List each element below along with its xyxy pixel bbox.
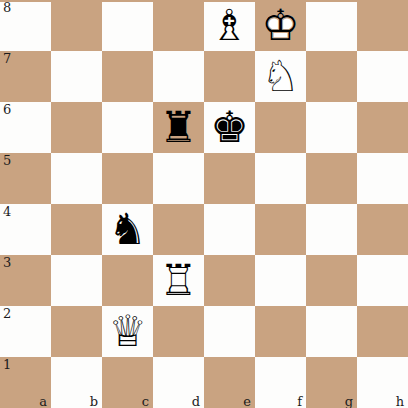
square-a7[interactable]: 7 [0, 51, 51, 102]
square-c2[interactable]: ♛♕ [102, 306, 153, 357]
square-e1[interactable]: e [204, 357, 255, 408]
white-king-outline-glyph: ♔ [255, 0, 306, 51]
file-label-a: a [39, 394, 47, 408]
chess-board: 8♝♗♚♔7♞♘6♜♚54♞3♜♖2♛♕1abcdefgh [0, 0, 408, 408]
square-b8[interactable] [51, 0, 102, 51]
piece-white-knight[interactable]: ♞♘ [255, 51, 306, 102]
square-e8[interactable]: ♝♗ [204, 0, 255, 51]
piece-white-bishop[interactable]: ♝♗ [204, 0, 255, 51]
square-e3[interactable] [204, 255, 255, 306]
square-e7[interactable] [204, 51, 255, 102]
square-a8[interactable]: 8 [0, 0, 51, 51]
square-c3[interactable] [102, 255, 153, 306]
black-king-glyph: ♚ [204, 102, 255, 153]
square-h5[interactable] [357, 153, 408, 204]
square-c7[interactable] [102, 51, 153, 102]
piece-black-knight[interactable]: ♞ [102, 204, 153, 255]
rank-label-1: 1 [3, 357, 11, 372]
square-b6[interactable] [51, 102, 102, 153]
square-b7[interactable] [51, 51, 102, 102]
square-f3[interactable] [255, 255, 306, 306]
file-label-d: d [192, 394, 200, 408]
piece-black-king[interactable]: ♚ [204, 102, 255, 153]
square-g3[interactable] [306, 255, 357, 306]
square-g2[interactable] [306, 306, 357, 357]
square-h4[interactable] [357, 204, 408, 255]
square-g8[interactable] [306, 0, 357, 51]
square-b1[interactable]: b [51, 357, 102, 408]
square-a1[interactable]: 1a [0, 357, 51, 408]
square-d3[interactable]: ♜♖ [153, 255, 204, 306]
square-d4[interactable] [153, 204, 204, 255]
square-g1[interactable]: g [306, 357, 357, 408]
white-queen-outline-glyph: ♕ [102, 306, 153, 357]
square-d8[interactable] [153, 0, 204, 51]
file-label-e: e [243, 394, 251, 408]
black-knight-glyph: ♞ [102, 204, 153, 255]
square-b5[interactable] [51, 153, 102, 204]
square-b2[interactable] [51, 306, 102, 357]
square-g7[interactable] [306, 51, 357, 102]
square-a5[interactable]: 5 [0, 153, 51, 204]
square-a6[interactable]: 6 [0, 102, 51, 153]
square-d2[interactable] [153, 306, 204, 357]
rank-label-6: 6 [3, 102, 11, 117]
square-a4[interactable]: 4 [0, 204, 51, 255]
square-a3[interactable]: 3 [0, 255, 51, 306]
rank-label-8: 8 [3, 0, 11, 15]
square-h1[interactable]: h [357, 357, 408, 408]
piece-white-rook[interactable]: ♜♖ [153, 255, 204, 306]
file-label-b: b [90, 394, 98, 408]
square-h7[interactable] [357, 51, 408, 102]
square-f6[interactable] [255, 102, 306, 153]
square-h6[interactable] [357, 102, 408, 153]
square-d6[interactable]: ♜ [153, 102, 204, 153]
square-e2[interactable] [204, 306, 255, 357]
square-e4[interactable] [204, 204, 255, 255]
square-e5[interactable] [204, 153, 255, 204]
black-rook-glyph: ♜ [153, 102, 204, 153]
square-d1[interactable]: d [153, 357, 204, 408]
square-h8[interactable] [357, 0, 408, 51]
white-knight-outline-glyph: ♘ [255, 51, 306, 102]
piece-white-queen[interactable]: ♛♕ [102, 306, 153, 357]
square-h3[interactable] [357, 255, 408, 306]
square-c6[interactable] [102, 102, 153, 153]
square-a2[interactable]: 2 [0, 306, 51, 357]
square-c8[interactable] [102, 0, 153, 51]
square-c1[interactable]: c [102, 357, 153, 408]
square-g4[interactable] [306, 204, 357, 255]
square-h2[interactable] [357, 306, 408, 357]
file-label-c: c [142, 394, 149, 408]
square-e6[interactable]: ♚ [204, 102, 255, 153]
square-d5[interactable] [153, 153, 204, 204]
square-c5[interactable] [102, 153, 153, 204]
piece-black-rook[interactable]: ♜ [153, 102, 204, 153]
file-label-h: h [396, 394, 404, 408]
white-rook-outline-glyph: ♖ [153, 255, 204, 306]
square-c4[interactable]: ♞ [102, 204, 153, 255]
board-top-edge [0, 0, 408, 2]
piece-white-king[interactable]: ♚♔ [255, 0, 306, 51]
square-g5[interactable] [306, 153, 357, 204]
square-f5[interactable] [255, 153, 306, 204]
square-f7[interactable]: ♞♘ [255, 51, 306, 102]
square-d7[interactable] [153, 51, 204, 102]
rank-label-3: 3 [3, 255, 11, 270]
rank-label-7: 7 [3, 51, 11, 66]
square-f8[interactable]: ♚♔ [255, 0, 306, 51]
square-b4[interactable] [51, 204, 102, 255]
rank-label-2: 2 [3, 306, 11, 321]
rank-label-4: 4 [3, 204, 11, 219]
rank-label-5: 5 [3, 153, 11, 168]
square-g6[interactable] [306, 102, 357, 153]
file-label-f: f [297, 394, 302, 408]
white-bishop-outline-glyph: ♗ [204, 0, 255, 51]
chess-board-container: 8♝♗♚♔7♞♘6♜♚54♞3♜♖2♛♕1abcdefgh [0, 0, 408, 408]
square-f1[interactable]: f [255, 357, 306, 408]
square-f2[interactable] [255, 306, 306, 357]
file-label-g: g [345, 394, 353, 408]
square-b3[interactable] [51, 255, 102, 306]
square-f4[interactable] [255, 204, 306, 255]
